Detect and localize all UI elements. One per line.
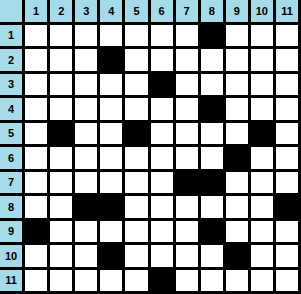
black-cell (100, 196, 125, 221)
white-cell[interactable] (25, 245, 50, 270)
white-cell[interactable] (226, 123, 251, 148)
white-cell[interactable] (276, 49, 301, 74)
black-cell (50, 123, 75, 148)
white-cell[interactable] (226, 196, 251, 221)
col-header-3: 3 (75, 0, 100, 25)
col-header-4: 4 (100, 0, 125, 25)
row-header-1: 1 (0, 25, 25, 50)
white-cell[interactable] (75, 98, 100, 123)
white-cell[interactable] (151, 245, 176, 270)
white-cell[interactable] (125, 245, 150, 270)
white-cell[interactable] (176, 245, 201, 270)
row-header-7: 7 (0, 172, 25, 197)
col-header-5: 5 (125, 0, 150, 25)
white-cell[interactable] (251, 196, 276, 221)
white-cell[interactable] (100, 98, 125, 123)
white-cell[interactable] (151, 25, 176, 50)
white-cell[interactable] (75, 147, 100, 172)
white-cell[interactable] (75, 172, 100, 197)
white-cell[interactable] (125, 196, 150, 221)
white-cell[interactable] (50, 98, 75, 123)
black-cell (151, 270, 176, 294)
white-cell[interactable] (151, 98, 176, 123)
col-header-8: 8 (201, 0, 226, 25)
white-cell[interactable] (151, 221, 176, 246)
white-cell[interactable] (25, 25, 50, 50)
white-cell[interactable] (201, 270, 226, 294)
white-cell[interactable] (176, 74, 201, 99)
white-cell[interactable] (251, 172, 276, 197)
white-cell[interactable] (75, 245, 100, 270)
row-header-3: 3 (0, 74, 25, 99)
white-cell[interactable] (201, 245, 226, 270)
white-cell[interactable] (276, 172, 301, 197)
white-cell[interactable] (125, 221, 150, 246)
white-cell[interactable] (100, 123, 125, 148)
white-cell[interactable] (75, 123, 100, 148)
black-cell (276, 196, 301, 221)
white-cell[interactable] (151, 196, 176, 221)
white-cell[interactable] (25, 123, 50, 148)
white-cell[interactable] (100, 74, 125, 99)
black-cell (151, 74, 176, 99)
white-cell[interactable] (75, 270, 100, 294)
white-cell[interactable] (75, 74, 100, 99)
white-cell[interactable] (226, 49, 251, 74)
black-cell (25, 221, 50, 246)
white-cell[interactable] (50, 270, 75, 294)
white-cell[interactable] (176, 196, 201, 221)
white-cell[interactable] (151, 147, 176, 172)
white-cell[interactable] (276, 221, 301, 246)
white-cell[interactable] (50, 221, 75, 246)
white-cell[interactable] (251, 74, 276, 99)
crossword-board: 12345678910111234567891011 (0, 0, 301, 294)
white-cell[interactable] (176, 98, 201, 123)
white-cell[interactable] (125, 74, 150, 99)
white-cell[interactable] (176, 221, 201, 246)
row-header-8: 8 (0, 196, 25, 221)
col-header-7: 7 (176, 0, 201, 25)
white-cell[interactable] (226, 25, 251, 50)
white-cell[interactable] (151, 172, 176, 197)
white-cell[interactable] (50, 147, 75, 172)
col-header-11: 11 (276, 0, 301, 25)
row-header-5: 5 (0, 123, 25, 148)
white-cell[interactable] (251, 270, 276, 294)
white-cell[interactable] (125, 98, 150, 123)
white-cell[interactable] (176, 49, 201, 74)
white-cell[interactable] (50, 25, 75, 50)
white-cell[interactable] (251, 49, 276, 74)
black-cell (201, 172, 226, 197)
row-header-6: 6 (0, 147, 25, 172)
white-cell[interactable] (226, 98, 251, 123)
white-cell[interactable] (251, 98, 276, 123)
white-cell[interactable] (125, 49, 150, 74)
col-header-10: 10 (251, 0, 276, 25)
white-cell[interactable] (176, 25, 201, 50)
row-header-2: 2 (0, 49, 25, 74)
white-cell[interactable] (125, 147, 150, 172)
white-cell[interactable] (100, 147, 125, 172)
white-cell[interactable] (226, 74, 251, 99)
black-cell (75, 196, 100, 221)
white-cell[interactable] (100, 270, 125, 294)
white-cell[interactable] (151, 49, 176, 74)
black-cell (201, 221, 226, 246)
row-header-11: 11 (0, 270, 25, 294)
white-cell[interactable] (176, 270, 201, 294)
white-cell[interactable] (201, 74, 226, 99)
black-cell (201, 98, 226, 123)
white-cell[interactable] (25, 270, 50, 294)
white-cell[interactable] (25, 74, 50, 99)
white-cell[interactable] (25, 147, 50, 172)
white-cell[interactable] (50, 49, 75, 74)
col-header-1: 1 (25, 0, 50, 25)
row-header-9: 9 (0, 221, 25, 246)
black-cell (251, 123, 276, 148)
white-cell[interactable] (276, 74, 301, 99)
col-header-6: 6 (151, 0, 176, 25)
white-cell[interactable] (25, 196, 50, 221)
black-cell (176, 172, 201, 197)
black-cell (100, 245, 125, 270)
white-cell[interactable] (151, 123, 176, 148)
white-cell[interactable] (176, 147, 201, 172)
col-header-9: 9 (226, 0, 251, 25)
black-cell (100, 49, 125, 74)
white-cell[interactable] (125, 172, 150, 197)
row-header-10: 10 (0, 245, 25, 270)
white-cell[interactable] (75, 221, 100, 246)
black-cell (226, 147, 251, 172)
white-cell[interactable] (276, 147, 301, 172)
white-cell[interactable] (25, 172, 50, 197)
white-cell[interactable] (100, 25, 125, 50)
white-cell[interactable] (201, 49, 226, 74)
white-cell[interactable] (226, 270, 251, 294)
white-cell[interactable] (276, 98, 301, 123)
white-cell[interactable] (100, 172, 125, 197)
white-cell[interactable] (276, 123, 301, 148)
white-cell[interactable] (276, 245, 301, 270)
corner-cell (0, 0, 25, 25)
white-cell[interactable] (25, 49, 50, 74)
white-cell[interactable] (251, 147, 276, 172)
white-cell[interactable] (201, 147, 226, 172)
white-cell[interactable] (251, 25, 276, 50)
white-cell[interactable] (50, 196, 75, 221)
white-cell[interactable] (226, 221, 251, 246)
white-cell[interactable] (75, 25, 100, 50)
white-cell[interactable] (201, 123, 226, 148)
white-cell[interactable] (251, 221, 276, 246)
white-cell[interactable] (75, 49, 100, 74)
col-header-2: 2 (50, 0, 75, 25)
white-cell[interactable] (125, 270, 150, 294)
white-cell[interactable] (226, 172, 251, 197)
white-cell[interactable] (251, 245, 276, 270)
white-cell[interactable] (50, 74, 75, 99)
black-cell (201, 25, 226, 50)
white-cell[interactable] (176, 123, 201, 148)
black-cell (125, 123, 150, 148)
white-cell[interactable] (50, 172, 75, 197)
white-cell[interactable] (276, 25, 301, 50)
white-cell[interactable] (276, 270, 301, 294)
white-cell[interactable] (125, 25, 150, 50)
white-cell[interactable] (50, 245, 75, 270)
row-header-4: 4 (0, 98, 25, 123)
white-cell[interactable] (100, 221, 125, 246)
white-cell[interactable] (201, 196, 226, 221)
black-cell (226, 245, 251, 270)
white-cell[interactable] (25, 98, 50, 123)
